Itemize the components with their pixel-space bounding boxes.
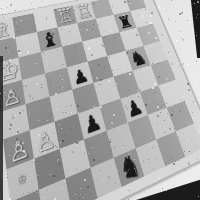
chessboard-photo: ♗♖♖♝♜♔♙♟♞♙♙♟♟♔♞ <box>0 0 200 200</box>
photo-left-edge-shadow <box>0 56 3 200</box>
maker-emblem: ♔ <box>17 172 28 188</box>
